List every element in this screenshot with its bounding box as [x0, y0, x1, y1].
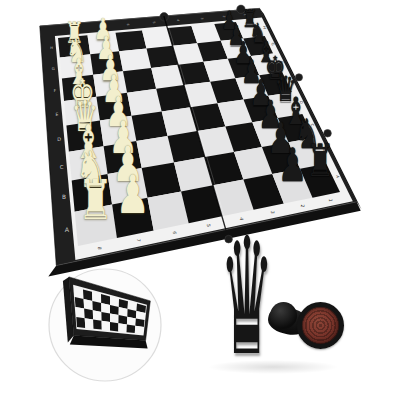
rank-label: 8 [97, 247, 102, 250]
file-label: D [57, 136, 61, 142]
file-label: E [56, 112, 59, 117]
hinge-knob [295, 74, 302, 81]
file-label-right: F [279, 61, 284, 64]
hinge-knob [237, 5, 245, 13]
file-label-right: H [262, 26, 267, 29]
file-label: B [62, 194, 66, 200]
file-label: G [52, 66, 55, 71]
rank-label-top: 1 [243, 14, 247, 16]
rank-label-top: 7 [100, 26, 104, 28]
hinge-knob [324, 129, 332, 137]
rank-label: 7 [136, 239, 141, 242]
inset-folded-board [49, 269, 161, 381]
rank-label-top: 6 [126, 24, 130, 26]
rank-label: 6 [172, 231, 177, 234]
rank-label: 5 [206, 224, 211, 227]
board-squares [55, 18, 353, 260]
file-label-right: G [270, 43, 275, 46]
rank-label: 2 [300, 205, 305, 208]
file-label: C [60, 164, 64, 170]
file-label: A [65, 226, 70, 233]
rank-label-top: 2 [222, 16, 226, 18]
inset-piece-closeup: ♛ [190, 238, 365, 388]
rank-label-top: 8 [71, 28, 75, 30]
file-label-right: D [299, 101, 304, 104]
black-queen-piece: ♛ [217, 217, 277, 379]
rank-label-top: 3 [200, 17, 204, 19]
magnetic-felt-base [297, 302, 344, 349]
rank-label: 1 [328, 199, 333, 202]
file-label: H [50, 46, 53, 50]
rank-label-top: 5 [152, 21, 156, 23]
product-photo-canvas: HGFEDCBA8765432187654321HGFEDCBA ♜♟♟♜♞♟♟… [0, 0, 400, 400]
rank-label-top: 4 [176, 19, 180, 21]
